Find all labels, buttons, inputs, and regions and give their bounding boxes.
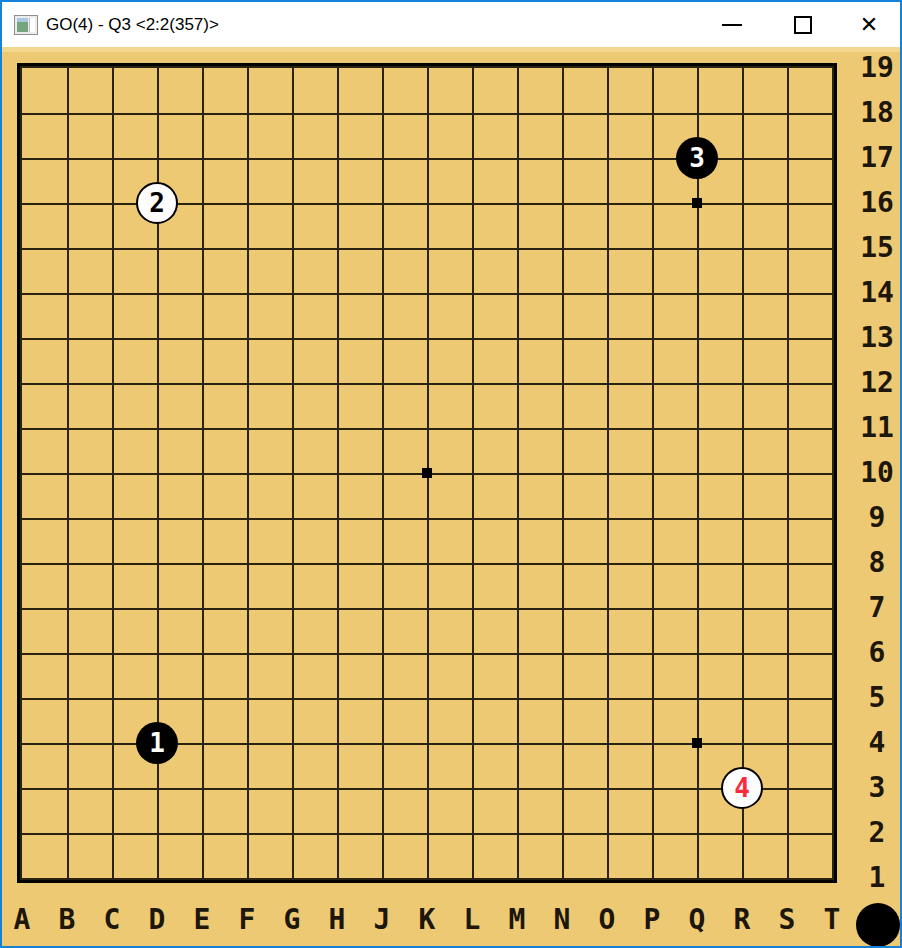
board-cell[interactable] <box>292 428 337 473</box>
board-cell[interactable] <box>292 608 337 653</box>
board-cell[interactable] <box>247 473 292 518</box>
board-cell[interactable] <box>112 383 157 428</box>
board-cell[interactable] <box>652 203 697 248</box>
board-cell[interactable] <box>427 158 472 203</box>
board-cell[interactable] <box>787 293 832 338</box>
minimize-button[interactable] <box>696 2 767 47</box>
board-cell[interactable] <box>697 653 742 698</box>
board-cell[interactable] <box>382 698 427 743</box>
board-cell[interactable] <box>787 113 832 158</box>
board-cell[interactable] <box>427 698 472 743</box>
board-cell[interactable] <box>157 248 202 293</box>
board-cell[interactable] <box>652 743 697 788</box>
board-cell[interactable] <box>337 653 382 698</box>
board-cell[interactable] <box>67 518 112 563</box>
board-cell[interactable] <box>22 743 67 788</box>
board-cell[interactable] <box>787 158 832 203</box>
board-cell[interactable] <box>247 833 292 878</box>
board-cell[interactable] <box>67 248 112 293</box>
board-cell[interactable] <box>112 698 157 743</box>
board-cell[interactable] <box>202 743 247 788</box>
board-cell[interactable] <box>112 248 157 293</box>
board-cell[interactable] <box>787 788 832 833</box>
board-cell[interactable] <box>787 68 832 113</box>
board-cell[interactable] <box>742 248 787 293</box>
board-cell[interactable] <box>742 743 787 788</box>
board-cell[interactable] <box>472 158 517 203</box>
board-cell[interactable] <box>112 203 157 248</box>
board-cell[interactable] <box>67 428 112 473</box>
board-cell[interactable] <box>67 698 112 743</box>
board-cell[interactable] <box>337 518 382 563</box>
board-cell[interactable] <box>697 158 742 203</box>
board-cell[interactable] <box>112 833 157 878</box>
board-cell[interactable] <box>562 788 607 833</box>
board-cell[interactable] <box>697 293 742 338</box>
board-cell[interactable] <box>337 68 382 113</box>
board-cell[interactable] <box>562 68 607 113</box>
board-cell[interactable] <box>337 698 382 743</box>
board-cell[interactable] <box>382 338 427 383</box>
board-cell[interactable] <box>742 338 787 383</box>
board-cell[interactable] <box>112 743 157 788</box>
board-cell[interactable] <box>652 158 697 203</box>
board-cell[interactable] <box>562 113 607 158</box>
board-cell[interactable] <box>22 68 67 113</box>
board-cell[interactable] <box>157 203 202 248</box>
board-cell[interactable] <box>202 473 247 518</box>
board-cell[interactable] <box>562 338 607 383</box>
board-cell[interactable] <box>697 383 742 428</box>
board-cell[interactable] <box>652 788 697 833</box>
board-cell[interactable] <box>292 383 337 428</box>
board-cell[interactable] <box>292 113 337 158</box>
board-cell[interactable] <box>562 203 607 248</box>
board-cell[interactable] <box>742 383 787 428</box>
board-cell[interactable] <box>562 428 607 473</box>
board-cell[interactable] <box>562 833 607 878</box>
board-cell[interactable] <box>67 563 112 608</box>
board-cell[interactable] <box>382 158 427 203</box>
board-cell[interactable] <box>652 518 697 563</box>
board-cell[interactable] <box>472 428 517 473</box>
board-cell[interactable] <box>112 788 157 833</box>
board-cell[interactable] <box>427 338 472 383</box>
board-cell[interactable] <box>247 788 292 833</box>
board-cell[interactable] <box>562 293 607 338</box>
board-cell[interactable] <box>742 608 787 653</box>
board-cell[interactable] <box>517 473 562 518</box>
board-cell[interactable] <box>112 68 157 113</box>
board-cell[interactable] <box>652 698 697 743</box>
board-cell[interactable] <box>67 608 112 653</box>
board-cell[interactable] <box>607 788 652 833</box>
board-cell[interactable] <box>22 833 67 878</box>
board-cell[interactable] <box>562 248 607 293</box>
board-cell[interactable] <box>652 563 697 608</box>
board-cell[interactable] <box>202 788 247 833</box>
board-cell[interactable] <box>337 113 382 158</box>
board-cell[interactable] <box>697 248 742 293</box>
board-cell[interactable] <box>202 698 247 743</box>
board-cell[interactable] <box>697 473 742 518</box>
board-cell[interactable] <box>202 428 247 473</box>
board-cell[interactable] <box>247 383 292 428</box>
board-cell[interactable] <box>652 113 697 158</box>
board-cell[interactable] <box>292 158 337 203</box>
board-cell[interactable] <box>382 113 427 158</box>
board-cell[interactable] <box>697 338 742 383</box>
board-cell[interactable] <box>382 833 427 878</box>
board-cell[interactable] <box>472 113 517 158</box>
board-cell[interactable] <box>112 158 157 203</box>
board-cell[interactable] <box>382 68 427 113</box>
board-cell[interactable] <box>787 833 832 878</box>
board-cell[interactable] <box>517 518 562 563</box>
board-cell[interactable] <box>292 293 337 338</box>
board-cell[interactable] <box>382 743 427 788</box>
board-cell[interactable] <box>157 518 202 563</box>
board-cell[interactable] <box>517 833 562 878</box>
board-cell[interactable] <box>427 833 472 878</box>
board-cell[interactable] <box>67 293 112 338</box>
board-cell[interactable] <box>157 473 202 518</box>
board-cell[interactable] <box>427 608 472 653</box>
board-cell[interactable] <box>202 338 247 383</box>
board-cell[interactable] <box>472 473 517 518</box>
board-cell[interactable] <box>427 203 472 248</box>
board-cell[interactable] <box>22 428 67 473</box>
board-cell[interactable] <box>787 473 832 518</box>
board-cell[interactable] <box>742 833 787 878</box>
board-cell[interactable] <box>472 788 517 833</box>
board-cell[interactable] <box>472 518 517 563</box>
board-cell[interactable] <box>247 653 292 698</box>
board-cell[interactable] <box>517 338 562 383</box>
board-cell[interactable] <box>337 158 382 203</box>
board-cell[interactable] <box>607 158 652 203</box>
board-cell[interactable] <box>742 563 787 608</box>
board-cell[interactable] <box>337 383 382 428</box>
board-cell[interactable] <box>652 608 697 653</box>
close-button[interactable]: ✕ <box>838 2 900 47</box>
board-cell[interactable] <box>247 698 292 743</box>
board-cell[interactable] <box>337 473 382 518</box>
board-cell[interactable] <box>427 383 472 428</box>
board-cell[interactable] <box>22 338 67 383</box>
board-cell[interactable] <box>157 113 202 158</box>
board-cell[interactable] <box>247 428 292 473</box>
board-cell[interactable] <box>787 338 832 383</box>
board-cell[interactable] <box>202 518 247 563</box>
board-cell[interactable] <box>382 788 427 833</box>
board-cell[interactable] <box>472 653 517 698</box>
board-cell[interactable] <box>607 113 652 158</box>
board-cell[interactable] <box>292 653 337 698</box>
board-cell[interactable] <box>67 383 112 428</box>
board-cell[interactable] <box>697 203 742 248</box>
board-cell[interactable] <box>247 68 292 113</box>
board-cell[interactable] <box>517 293 562 338</box>
board-cell[interactable] <box>382 428 427 473</box>
board-cell[interactable] <box>67 653 112 698</box>
board-cell[interactable] <box>607 698 652 743</box>
board-cell[interactable] <box>157 428 202 473</box>
go-board[interactable] <box>20 66 834 880</box>
board-cell[interactable] <box>742 698 787 743</box>
board-cell[interactable] <box>697 68 742 113</box>
board-cell[interactable] <box>517 248 562 293</box>
board-cell[interactable] <box>157 68 202 113</box>
board-cell[interactable] <box>517 158 562 203</box>
board-cell[interactable] <box>427 68 472 113</box>
board-cell[interactable] <box>607 833 652 878</box>
board-cell[interactable] <box>652 248 697 293</box>
board-cell[interactable] <box>787 653 832 698</box>
board-cell[interactable] <box>247 518 292 563</box>
board-cell[interactable] <box>607 338 652 383</box>
board-cell[interactable] <box>517 113 562 158</box>
board-cell[interactable] <box>652 653 697 698</box>
board-cell[interactable] <box>292 248 337 293</box>
board-cell[interactable] <box>382 563 427 608</box>
board-cell[interactable] <box>22 698 67 743</box>
board-cell[interactable] <box>472 338 517 383</box>
board-cell[interactable] <box>202 563 247 608</box>
board-cell[interactable] <box>112 608 157 653</box>
board-cell[interactable] <box>742 788 787 833</box>
board-cell[interactable] <box>67 68 112 113</box>
board-cell[interactable] <box>247 158 292 203</box>
board-cell[interactable] <box>607 428 652 473</box>
board-cell[interactable] <box>517 743 562 788</box>
board-cell[interactable] <box>652 473 697 518</box>
board-cell[interactable] <box>652 428 697 473</box>
board-cell[interactable] <box>427 473 472 518</box>
board-cell[interactable] <box>337 248 382 293</box>
board-cell[interactable] <box>22 383 67 428</box>
board-cell[interactable] <box>247 563 292 608</box>
board-cell[interactable] <box>607 203 652 248</box>
board-cell[interactable] <box>517 698 562 743</box>
board-cell[interactable] <box>67 338 112 383</box>
board-cell[interactable] <box>697 833 742 878</box>
board-cell[interactable] <box>382 248 427 293</box>
board-cell[interactable] <box>157 698 202 743</box>
board-cell[interactable] <box>697 608 742 653</box>
board-cell[interactable] <box>652 383 697 428</box>
board-cell[interactable] <box>22 788 67 833</box>
board-cell[interactable] <box>292 833 337 878</box>
board-cell[interactable] <box>562 653 607 698</box>
board-cell[interactable] <box>787 428 832 473</box>
board-cell[interactable] <box>337 203 382 248</box>
board-cell[interactable] <box>247 608 292 653</box>
board-cell[interactable] <box>382 608 427 653</box>
board-cell[interactable] <box>382 383 427 428</box>
board-cell[interactable] <box>202 248 247 293</box>
board-cell[interactable] <box>382 518 427 563</box>
board-cell[interactable] <box>787 698 832 743</box>
board-cell[interactable] <box>112 428 157 473</box>
board-cell[interactable] <box>697 563 742 608</box>
board-cell[interactable] <box>22 473 67 518</box>
board-cell[interactable] <box>607 653 652 698</box>
board-cell[interactable] <box>472 293 517 338</box>
board-cell[interactable] <box>562 608 607 653</box>
board-cell[interactable] <box>697 698 742 743</box>
board-cell[interactable] <box>382 653 427 698</box>
board-cell[interactable] <box>517 428 562 473</box>
board-cell[interactable] <box>562 473 607 518</box>
board-cell[interactable] <box>787 203 832 248</box>
board-cell[interactable] <box>607 383 652 428</box>
board-cell[interactable] <box>787 608 832 653</box>
board-cell[interactable] <box>427 518 472 563</box>
board-cell[interactable] <box>112 473 157 518</box>
board-cell[interactable] <box>292 788 337 833</box>
board-cell[interactable] <box>67 788 112 833</box>
board-cell[interactable] <box>472 743 517 788</box>
board-cell[interactable] <box>202 608 247 653</box>
board-cell[interactable] <box>22 158 67 203</box>
board-cell[interactable] <box>22 113 67 158</box>
board-cell[interactable] <box>292 203 337 248</box>
board-cell[interactable] <box>337 608 382 653</box>
board-cell[interactable] <box>427 743 472 788</box>
board-cell[interactable] <box>472 203 517 248</box>
board-cell[interactable] <box>67 743 112 788</box>
board-cell[interactable] <box>652 833 697 878</box>
board-cell[interactable] <box>382 473 427 518</box>
board-cell[interactable] <box>697 743 742 788</box>
board-cell[interactable] <box>742 428 787 473</box>
board-cell[interactable] <box>112 338 157 383</box>
board-cell[interactable] <box>427 293 472 338</box>
board-cell[interactable] <box>742 113 787 158</box>
board-cell[interactable] <box>607 248 652 293</box>
board-cell[interactable] <box>112 293 157 338</box>
board-cell[interactable] <box>202 653 247 698</box>
board-cell[interactable] <box>337 293 382 338</box>
maximize-button[interactable] <box>767 2 838 47</box>
board-cell[interactable] <box>562 518 607 563</box>
board-cell[interactable] <box>427 428 472 473</box>
board-cell[interactable] <box>157 743 202 788</box>
board-cell[interactable] <box>652 68 697 113</box>
board-cell[interactable] <box>202 203 247 248</box>
board-cell[interactable] <box>697 113 742 158</box>
board-cell[interactable] <box>472 698 517 743</box>
board-cell[interactable] <box>472 608 517 653</box>
board-cell[interactable] <box>697 788 742 833</box>
board-cell[interactable] <box>337 743 382 788</box>
board-cell[interactable] <box>157 653 202 698</box>
board-cell[interactable] <box>67 473 112 518</box>
board-cell[interactable] <box>337 428 382 473</box>
board-cell[interactable] <box>742 293 787 338</box>
board-cell[interactable] <box>157 608 202 653</box>
board-cell[interactable] <box>22 608 67 653</box>
board-cell[interactable] <box>427 248 472 293</box>
board-cell[interactable] <box>562 698 607 743</box>
board-cell[interactable] <box>157 158 202 203</box>
board-cell[interactable] <box>202 293 247 338</box>
board-cell[interactable] <box>22 248 67 293</box>
board-cell[interactable] <box>292 698 337 743</box>
board-cell[interactable] <box>427 113 472 158</box>
board-cell[interactable] <box>517 203 562 248</box>
board-cell[interactable] <box>427 563 472 608</box>
title-bar[interactable]: GO(4) - Q3 <2:2(357)> ✕ <box>2 2 900 47</box>
board-cell[interactable] <box>22 293 67 338</box>
board-cell[interactable] <box>112 113 157 158</box>
board-cell[interactable] <box>652 293 697 338</box>
board-cell[interactable] <box>427 788 472 833</box>
board-cell[interactable] <box>202 113 247 158</box>
board-cell[interactable] <box>607 743 652 788</box>
board-cell[interactable] <box>517 68 562 113</box>
board-cell[interactable] <box>292 473 337 518</box>
board-cell[interactable] <box>247 743 292 788</box>
board-cell[interactable] <box>742 68 787 113</box>
board-cell[interactable] <box>562 563 607 608</box>
board-cell[interactable] <box>67 833 112 878</box>
board-cell[interactable] <box>697 428 742 473</box>
board-cell[interactable] <box>472 563 517 608</box>
board-cell[interactable] <box>517 563 562 608</box>
board-cell[interactable] <box>202 833 247 878</box>
board-cell[interactable] <box>787 743 832 788</box>
board-cell[interactable] <box>157 788 202 833</box>
board-cell[interactable] <box>337 563 382 608</box>
board-cell[interactable] <box>67 203 112 248</box>
board-cell[interactable] <box>157 338 202 383</box>
board-cell[interactable] <box>112 563 157 608</box>
board-cell[interactable] <box>292 518 337 563</box>
board-cell[interactable] <box>697 518 742 563</box>
board-cell[interactable] <box>517 653 562 698</box>
board-cell[interactable] <box>157 383 202 428</box>
board-cell[interactable] <box>22 518 67 563</box>
board-cell[interactable] <box>562 383 607 428</box>
board-cell[interactable] <box>22 653 67 698</box>
board-cell[interactable] <box>22 563 67 608</box>
board-cell[interactable] <box>247 338 292 383</box>
board-cell[interactable] <box>787 563 832 608</box>
board-cell[interactable] <box>562 158 607 203</box>
board-cell[interactable] <box>202 68 247 113</box>
board-cell[interactable] <box>742 473 787 518</box>
board-cell[interactable] <box>562 743 607 788</box>
board-cell[interactable] <box>517 383 562 428</box>
board-cell[interactable] <box>22 203 67 248</box>
board-cell[interactable] <box>382 293 427 338</box>
board-cell[interactable] <box>742 203 787 248</box>
board-cell[interactable] <box>247 113 292 158</box>
board-cell[interactable] <box>112 653 157 698</box>
board-cell[interactable] <box>157 833 202 878</box>
board-cell[interactable] <box>337 788 382 833</box>
board-cell[interactable] <box>157 293 202 338</box>
board-cell[interactable] <box>202 383 247 428</box>
board-cell[interactable] <box>247 293 292 338</box>
board-cell[interactable] <box>787 248 832 293</box>
board-cell[interactable] <box>787 518 832 563</box>
board-cell[interactable] <box>292 743 337 788</box>
board-cell[interactable] <box>607 473 652 518</box>
board-cell[interactable] <box>292 563 337 608</box>
